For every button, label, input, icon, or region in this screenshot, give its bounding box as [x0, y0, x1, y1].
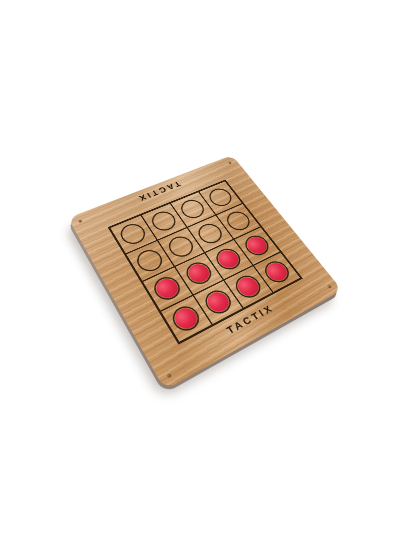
printed-circle — [117, 221, 150, 248]
printed-circle — [182, 259, 216, 288]
red-peg[interactable] — [203, 289, 232, 315]
printed-circle — [194, 221, 226, 247]
red-peg[interactable] — [153, 276, 182, 301]
printed-circle — [177, 197, 208, 221]
printed-circle — [148, 209, 180, 234]
red-peg[interactable] — [215, 248, 242, 271]
red-peg[interactable] — [244, 235, 271, 257]
printed-circle — [223, 209, 254, 234]
screw-hole — [166, 373, 171, 378]
screw-hole — [327, 285, 332, 289]
printed-circle — [241, 232, 273, 258]
red-peg[interactable] — [234, 274, 262, 299]
red-peg[interactable] — [171, 305, 201, 332]
printed-circle — [133, 246, 167, 274]
printed-circle — [260, 258, 293, 286]
red-peg[interactable] — [263, 260, 291, 284]
tactix-board: TACTIX TACTIX — [68, 155, 342, 390]
product-photo-scene: TACTIX TACTIX — [0, 0, 400, 550]
printed-circle — [168, 302, 204, 335]
printed-circle — [164, 233, 197, 260]
printed-circle — [201, 287, 236, 318]
printed-circle — [205, 186, 235, 209]
printed-circle — [150, 273, 185, 303]
red-peg[interactable] — [185, 261, 213, 285]
